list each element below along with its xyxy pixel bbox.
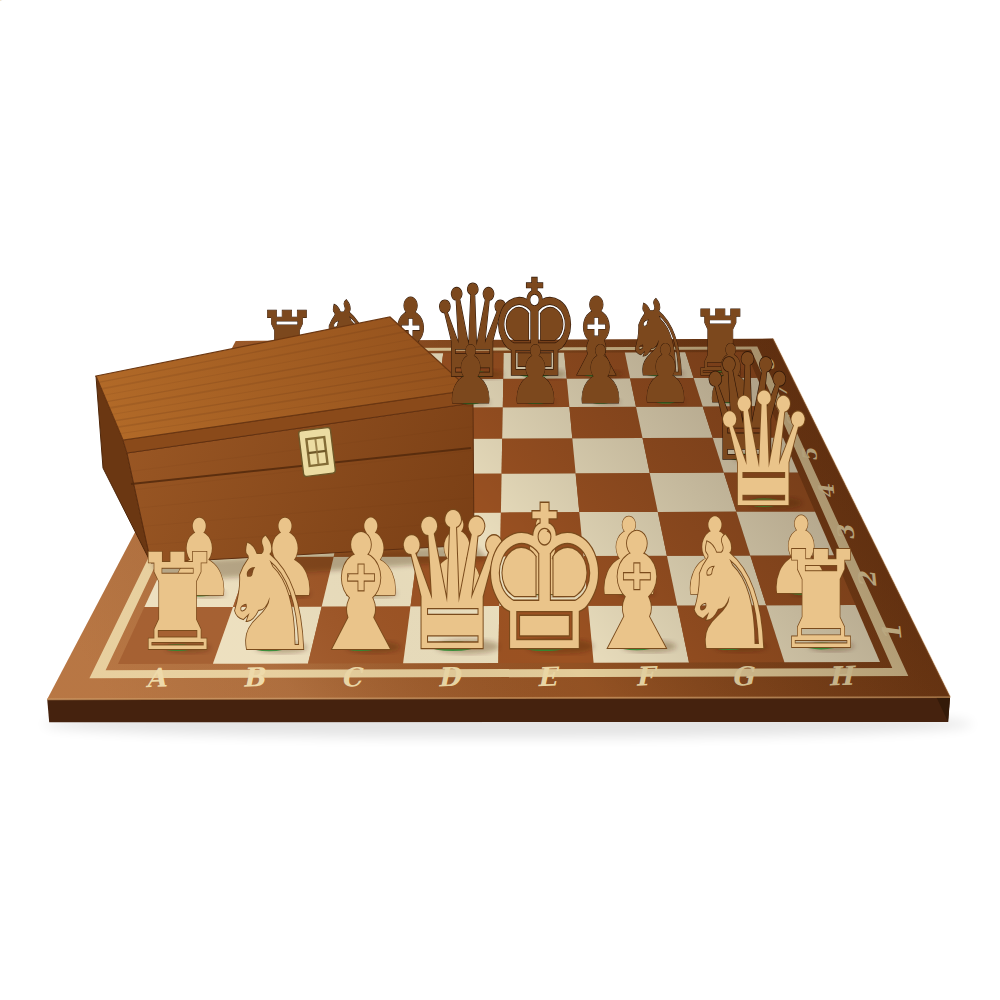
piece-black-pawn-e7: ♟ [508,329,563,422]
piece-glyph: ♟ [573,327,628,421]
piece-black-pawn-d7: ♟ [443,329,498,422]
piece-glyph: ♟ [638,327,693,421]
board-front-edge [47,697,950,722]
piece-white-knight-g1: ♞ [675,503,782,685]
rank-label-right-1: 1 [877,623,908,643]
piece-glyph: ♜ [775,523,868,679]
piece-glyph: ♟ [443,329,498,422]
piece-white-rook-a1: ♜ [131,525,223,681]
piece-glyph: ♟ [508,329,563,422]
box-clasp [298,427,335,477]
piece-black-pawn-g7: ♟ [638,327,693,421]
piece-glyph: ♞ [675,503,782,685]
piece-white-rook-h1: ♜ [775,523,868,679]
piece-glyph: ♜ [131,525,223,681]
piece-black-pawn-f7: ♟ [573,327,628,421]
product-photo-stage: ABCDEFGH1122334455667788♜♞♝♟♟♟♛♚♝♞♜♟♟♟♟♟… [0,0,1000,1000]
chess-set-photo: ABCDEFGH1122334455667788♜♞♝♟♟♟♛♚♝♞♜♟♟♟♟♟… [0,0,1000,1000]
